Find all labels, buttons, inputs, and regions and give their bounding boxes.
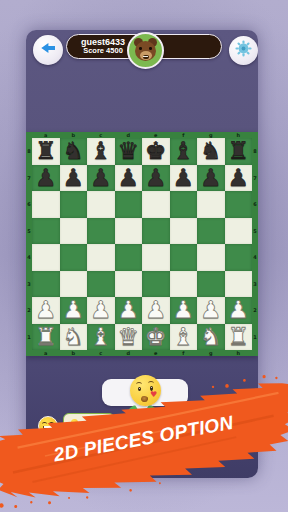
square-g8[interactable]: ♞: [197, 138, 225, 165]
coord-label-4: 4: [252, 244, 258, 271]
square-h7[interactable]: ♟: [225, 165, 253, 192]
square-h2[interactable]: ♟: [225, 297, 253, 324]
coord-label-a: a: [32, 350, 60, 356]
square-e2[interactable]: ♟: [142, 297, 170, 324]
coord-label-a: a: [32, 132, 60, 138]
piece-white-pawn: ♟: [117, 297, 139, 323]
bear-eye-right: [149, 47, 152, 50]
piece-black-pawn: ♟: [227, 165, 249, 191]
square-b8[interactable]: ♞: [60, 138, 88, 165]
face-glint-left: [139, 388, 140, 389]
piece-white-knight: ♞: [200, 324, 222, 350]
piece-black-pawn: ♟: [35, 165, 57, 191]
square-g1[interactable]: ♞: [197, 324, 225, 351]
player-score: Score 4500: [83, 47, 123, 56]
square-d5[interactable]: [115, 218, 143, 245]
square-d3[interactable]: [115, 271, 143, 298]
square-a5[interactable]: [32, 218, 60, 245]
square-a6[interactable]: [32, 191, 60, 218]
gear-icon: [235, 40, 252, 61]
piece-white-bishop: ♝: [90, 324, 112, 350]
piece-white-pawn: ♟: [200, 297, 222, 323]
square-h3[interactable]: [225, 271, 253, 298]
square-b2[interactable]: ♟: [60, 297, 88, 324]
coord-label-d: d: [115, 132, 143, 138]
piece-white-pawn: ♟: [145, 297, 167, 323]
bear-teeth: [143, 56, 148, 58]
piece-black-pawn: ♟: [117, 165, 139, 191]
face-brow-right: [148, 381, 154, 386]
square-e6[interactable]: [142, 191, 170, 218]
coord-label-7: 7: [252, 165, 258, 192]
rank-labels-left: 87654321: [26, 138, 32, 350]
square-d4[interactable]: [115, 244, 143, 271]
square-e8[interactable]: ♚: [142, 138, 170, 165]
square-c3[interactable]: [87, 271, 115, 298]
square-e5[interactable]: [142, 218, 170, 245]
square-h8[interactable]: ♜: [225, 138, 253, 165]
bear-avatar: [127, 32, 164, 69]
piece-white-queen: ♛: [117, 324, 139, 350]
piece-white-pawn: ♟: [227, 297, 249, 323]
piece-white-pawn: ♟: [62, 297, 84, 323]
square-h1[interactable]: ♜: [225, 324, 253, 351]
square-d2[interactable]: ♟: [115, 297, 143, 324]
square-e4[interactable]: [142, 244, 170, 271]
coord-label-e: e: [142, 350, 170, 356]
square-a8[interactable]: ♜: [32, 138, 60, 165]
coord-label-1: 1: [252, 324, 258, 351]
coord-label-8: 8: [26, 138, 32, 165]
square-d6[interactable]: [115, 191, 143, 218]
piece-white-pawn: ♟: [90, 297, 112, 323]
coord-label-b: b: [60, 132, 88, 138]
square-b7[interactable]: ♟: [60, 165, 88, 192]
square-h5[interactable]: [225, 218, 253, 245]
coord-label-7: 7: [26, 165, 32, 192]
coord-label-5: 5: [26, 218, 32, 245]
store-screenshot: guest6433 Score 4500: [0, 0, 288, 512]
player-info: guest6433 Score 4500: [72, 35, 134, 58]
piece-black-pawn: ♟: [172, 165, 194, 191]
piece-black-rook: ♜: [35, 138, 57, 164]
square-f5[interactable]: [170, 218, 198, 245]
square-b1[interactable]: ♞: [60, 324, 88, 351]
piece-black-king: ♚: [145, 138, 167, 164]
coord-label-8: 8: [252, 138, 258, 165]
coord-label-c: c: [87, 132, 115, 138]
piece-white-king: ♚: [145, 324, 167, 350]
piece-white-rook: ♜: [227, 324, 249, 350]
coord-label-e: e: [142, 132, 170, 138]
square-g3[interactable]: [197, 271, 225, 298]
square-c7[interactable]: ♟: [87, 165, 115, 192]
square-f6[interactable]: [170, 191, 198, 218]
coord-label-6: 6: [26, 191, 32, 218]
face-glint-right: [151, 387, 152, 388]
square-b3[interactable]: [60, 271, 88, 298]
piece-white-bishop: ♝: [172, 324, 194, 350]
square-h6[interactable]: [225, 191, 253, 218]
square-c6[interactable]: [87, 191, 115, 218]
piece-white-pawn: ♟: [172, 297, 194, 323]
coord-label-g: g: [197, 350, 225, 356]
piece-black-rook: ♜: [227, 138, 249, 164]
square-f2[interactable]: ♟: [170, 297, 198, 324]
square-f4[interactable]: [170, 244, 198, 271]
piece-black-pawn: ♟: [145, 165, 167, 191]
coord-label-c: c: [87, 350, 115, 356]
arrow-left-icon: [40, 40, 56, 60]
piece-black-knight: ♞: [200, 138, 222, 164]
square-c1[interactable]: ♝: [87, 324, 115, 351]
square-a2[interactable]: ♟: [32, 297, 60, 324]
coord-label-b: b: [60, 350, 88, 356]
piece-black-pawn: ♟: [200, 165, 222, 191]
coord-label-3: 3: [252, 271, 258, 298]
coord-label-f: f: [170, 132, 198, 138]
piece-white-pawn: ♟: [35, 297, 57, 323]
square-c4[interactable]: [87, 244, 115, 271]
square-d1[interactable]: ♛: [115, 324, 143, 351]
piece-black-knight: ♞: [62, 138, 84, 164]
file-labels-top: abcdefgh: [32, 132, 252, 138]
chess-board: ♜♞♝♛♚♝♞♜♟♟♟♟♟♟♟♟♟♟♟♟♟♟♟♟♜♞♝♛♚♝♞♜ abcdefg…: [26, 132, 258, 356]
coord-label-f: f: [170, 350, 198, 356]
face-brow-left: [136, 382, 142, 387]
square-e3[interactable]: [142, 271, 170, 298]
square-e1[interactable]: ♚: [142, 324, 170, 351]
coord-label-5: 5: [252, 218, 258, 245]
bear-eye-left: [139, 47, 142, 50]
piece-black-pawn: ♟: [62, 165, 84, 191]
coord-label-d: d: [115, 350, 143, 356]
square-g7[interactable]: ♟: [197, 165, 225, 192]
square-a4[interactable]: [32, 244, 60, 271]
square-g2[interactable]: ♟: [197, 297, 225, 324]
piece-black-pawn: ♟: [90, 165, 112, 191]
square-b4[interactable]: [60, 244, 88, 271]
piece-black-queen: ♛: [117, 138, 139, 164]
square-d8[interactable]: ♛: [115, 138, 143, 165]
square-f8[interactable]: ♝: [170, 138, 198, 165]
coord-label-3: 3: [26, 271, 32, 298]
square-a7[interactable]: ♟: [32, 165, 60, 192]
square-g6[interactable]: [197, 191, 225, 218]
piece-white-knight: ♞: [62, 324, 84, 350]
square-f1[interactable]: ♝: [170, 324, 198, 351]
square-g5[interactable]: [197, 218, 225, 245]
coord-label-1: 1: [26, 324, 32, 351]
coord-label-4: 4: [26, 244, 32, 271]
square-c8[interactable]: ♝: [87, 138, 115, 165]
square-a3[interactable]: [32, 271, 60, 298]
square-c2[interactable]: ♟: [87, 297, 115, 324]
coord-label-g: g: [197, 132, 225, 138]
square-f7[interactable]: ♟: [170, 165, 198, 192]
square-c5[interactable]: [87, 218, 115, 245]
settings-button[interactable]: [229, 36, 258, 65]
piece-white-rook: ♜: [35, 324, 57, 350]
piece-black-bishop: ♝: [172, 138, 194, 164]
coord-label-h: h: [225, 350, 253, 356]
coord-label-6: 6: [252, 191, 258, 218]
file-labels-bottom: abcdefgh: [32, 350, 252, 356]
coord-label-2: 2: [26, 297, 32, 324]
board-grid: ♜♞♝♛♚♝♞♜♟♟♟♟♟♟♟♟♟♟♟♟♟♟♟♟♜♞♝♛♚♝♞♜: [32, 138, 252, 350]
rank-labels-right: 87654321: [252, 138, 258, 350]
square-b5[interactable]: [60, 218, 88, 245]
coord-label-2: 2: [252, 297, 258, 324]
back-button[interactable]: [33, 35, 63, 65]
square-e7[interactable]: ♟: [142, 165, 170, 192]
coord-label-h: h: [225, 132, 253, 138]
piece-black-bishop: ♝: [90, 138, 112, 164]
square-f3[interactable]: [170, 271, 198, 298]
square-d7[interactable]: ♟: [115, 165, 143, 192]
square-g4[interactable]: [197, 244, 225, 271]
square-h4[interactable]: [225, 244, 253, 271]
square-a1[interactable]: ♜: [32, 324, 60, 351]
square-b6[interactable]: [60, 191, 88, 218]
